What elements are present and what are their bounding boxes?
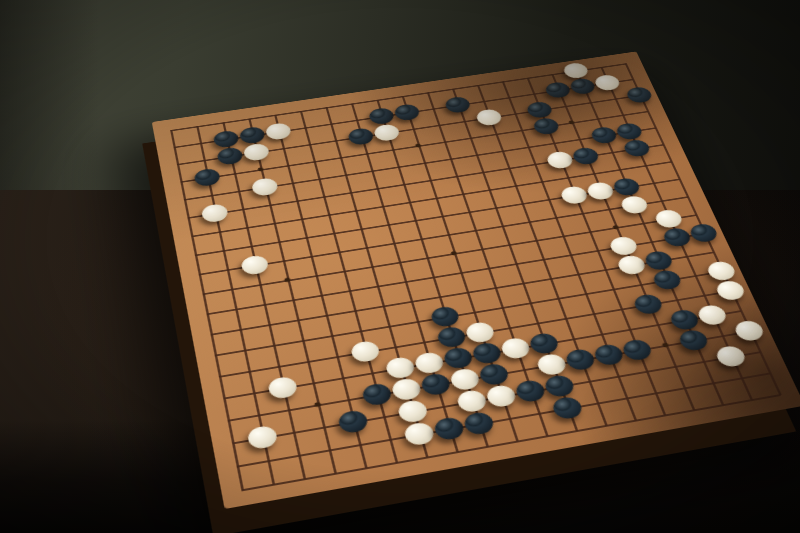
white-stone xyxy=(373,123,401,142)
white-stone xyxy=(585,181,616,201)
black-stone xyxy=(442,346,475,370)
white-stone xyxy=(714,345,749,369)
white-stone xyxy=(413,351,445,375)
white-stone xyxy=(403,421,436,447)
black-stone xyxy=(471,341,504,365)
black-stone xyxy=(193,168,221,188)
black-stone xyxy=(543,374,577,398)
white-stone xyxy=(545,150,575,169)
black-stone xyxy=(514,379,548,404)
white-stone xyxy=(705,260,738,282)
black-stone xyxy=(592,343,626,367)
black-stone xyxy=(525,101,554,119)
black-stone xyxy=(462,411,496,436)
black-stone xyxy=(419,372,452,396)
white-stone xyxy=(535,353,568,377)
black-stone xyxy=(239,126,267,145)
white-stone xyxy=(499,337,532,361)
white-stone xyxy=(714,279,747,301)
white-stone xyxy=(246,425,278,451)
white-stone xyxy=(695,304,729,327)
black-stone xyxy=(611,177,642,197)
black-stone xyxy=(625,86,655,104)
white-stone xyxy=(485,384,518,409)
black-stone xyxy=(216,146,244,165)
black-stone xyxy=(429,305,461,328)
white-stone xyxy=(449,367,482,391)
black-stone xyxy=(393,103,421,121)
black-stone xyxy=(564,348,597,372)
black-stone xyxy=(367,107,395,126)
white-stone xyxy=(251,177,280,197)
black-stone xyxy=(444,96,473,114)
black-stone xyxy=(212,130,240,149)
white-stone xyxy=(390,377,423,402)
black-stone xyxy=(643,250,675,272)
black-stone xyxy=(436,325,468,348)
white-stone xyxy=(616,254,648,276)
white-stone xyxy=(240,254,270,276)
black-stone xyxy=(432,416,466,442)
black-stone xyxy=(550,395,584,420)
white-stone xyxy=(349,340,381,364)
black-stone xyxy=(668,308,702,331)
black-stone xyxy=(661,227,693,248)
white-stone xyxy=(455,389,488,414)
white-stone xyxy=(384,356,416,380)
white-stone xyxy=(396,399,429,424)
black-stone xyxy=(589,126,619,145)
black-stone xyxy=(677,329,711,352)
white-stone xyxy=(561,62,590,80)
black-stone xyxy=(347,127,375,146)
white-stone xyxy=(653,208,685,229)
white-stone xyxy=(732,319,766,342)
white-stone xyxy=(559,185,590,205)
black-stone xyxy=(651,269,684,291)
black-stone xyxy=(622,139,652,158)
black-stone xyxy=(620,338,654,362)
white-stone xyxy=(201,203,230,224)
black-stone xyxy=(528,332,561,355)
black-stone xyxy=(337,409,370,434)
white-stone xyxy=(242,143,270,162)
black-stone xyxy=(571,146,601,165)
white-stone xyxy=(265,122,293,141)
black-stone xyxy=(632,293,665,316)
black-stone xyxy=(532,117,561,136)
white-stone xyxy=(267,375,299,400)
white-stone xyxy=(619,195,650,215)
white-stone xyxy=(464,321,496,344)
white-stone xyxy=(593,74,622,92)
black-stone xyxy=(568,77,597,95)
white-stone xyxy=(475,108,504,127)
white-stone xyxy=(608,235,640,256)
black-stone xyxy=(361,382,394,407)
black-stone xyxy=(688,222,720,243)
photo-scene xyxy=(0,0,800,533)
black-stone xyxy=(614,122,644,141)
black-stone xyxy=(543,81,572,99)
black-stone xyxy=(478,362,511,386)
